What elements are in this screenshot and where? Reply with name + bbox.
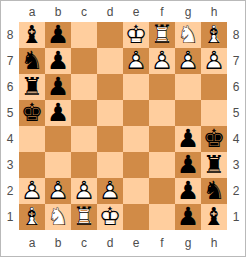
square-b3[interactable] [45,152,71,178]
square-d6[interactable] [97,74,123,100]
square-a7[interactable]: ♞ [19,48,45,74]
rank-label-5-left: 5 [1,100,19,126]
square-d3[interactable] [97,152,123,178]
rank-label-7-left: 7 [1,48,19,74]
piece-glyph: ♜ [201,152,227,178]
file-label-e-top: e [123,1,149,22]
white-knight-b1[interactable]: ♞♘ [45,204,71,230]
square-f7[interactable]: ♟♙ [149,48,175,74]
square-b2[interactable]: ♟♙ [45,178,71,204]
square-h4[interactable]: ♚ [201,126,227,152]
file-labels-bottom: abcdefgh [19,230,227,256]
white-rook-f8[interactable]: ♜♖ [149,22,175,48]
square-h1[interactable]: ♝ [201,204,227,230]
black-pawn-g2[interactable]: ♟ [175,178,201,204]
file-label-c-bottom: c [71,230,97,256]
white-pawn-e7[interactable]: ♟♙ [123,48,149,74]
piece-glyph: ♟ [175,126,201,152]
rank-label-3-left: 3 [1,152,19,178]
square-h2[interactable]: ♞ [201,178,227,204]
square-a1[interactable]: ♝♗ [19,204,45,230]
square-g4[interactable]: ♟ [175,126,201,152]
white-bishop-h8[interactable]: ♝♗ [201,22,227,48]
square-a2[interactable]: ♟♙ [19,178,45,204]
black-pawn-g3[interactable]: ♟ [175,152,201,178]
rank-label-1-right: 1 [227,204,245,230]
file-label-b-top: b [45,1,71,22]
square-f4[interactable] [149,126,175,152]
black-knight-a7[interactable]: ♞ [19,48,45,74]
file-label-f-top: f [149,1,175,22]
piece-glyph: ♞ [19,48,45,74]
file-labels-top: abcdefgh [19,1,227,22]
square-b7[interactable]: ♟ [45,48,71,74]
black-knight-h2[interactable]: ♞ [201,178,227,204]
square-g3[interactable]: ♟ [175,152,201,178]
square-a3[interactable] [19,152,45,178]
chess-board: ♝♟♚♔♜♖♞♘♝♗♞♟♟♙♟♙♟♙♟♙♜♟♚♟♟♚♟♜♟♙♟♙♟♙♟♙♟♞♝♗… [19,22,227,230]
white-pawn-f7[interactable]: ♟♙ [149,48,175,74]
white-king-d1[interactable]: ♚♔ [97,204,123,230]
square-a5[interactable]: ♚ [19,100,45,126]
square-c7[interactable] [71,48,97,74]
file-label-f-bottom: f [149,230,175,256]
piece-glyph: ♚ [201,126,227,152]
square-f1[interactable] [149,204,175,230]
square-f2[interactable] [149,178,175,204]
black-pawn-b8[interactable]: ♟ [45,22,71,48]
piece-outline: ♖ [149,22,175,48]
black-king-a5[interactable]: ♚ [19,100,45,126]
square-f8[interactable]: ♜♖ [149,22,175,48]
file-label-g-top: g [175,1,201,22]
chess-diagram: abcdefgh 87654321 ♝♟♚♔♜♖♞♘♝♗♞♟♟♙♟♙♟♙♟♙♜♟… [0,0,246,257]
rank-labels-left: 87654321 [1,22,19,230]
piece-glyph: ♟ [45,100,71,126]
square-g6[interactable] [175,74,201,100]
piece-outline: ♙ [201,48,227,74]
file-label-a-top: a [19,1,45,22]
square-e2[interactable] [123,178,149,204]
black-bishop-h1[interactable]: ♝ [201,204,227,230]
square-d7[interactable] [97,48,123,74]
piece-glyph: ♟ [45,22,71,48]
white-pawn-h7[interactable]: ♟♙ [201,48,227,74]
square-h8[interactable]: ♝♗ [201,22,227,48]
piece-outline: ♙ [45,178,71,204]
black-rook-a6[interactable]: ♜ [19,74,45,100]
rank-label-4-left: 4 [1,126,19,152]
piece-glyph: ♞ [201,178,227,204]
square-d4[interactable] [97,126,123,152]
piece-outline: ♔ [97,204,123,230]
square-g1[interactable]: ♟ [175,204,201,230]
rank-label-3-right: 3 [227,152,245,178]
square-b5[interactable]: ♟ [45,100,71,126]
file-label-d-bottom: d [97,230,123,256]
square-c2[interactable]: ♟♙ [71,178,97,204]
piece-glyph: ♟ [175,178,201,204]
square-g8[interactable]: ♞♘ [175,22,201,48]
rank-label-7-right: 7 [227,48,245,74]
piece-outline: ♗ [19,204,45,230]
piece-glyph: ♟ [45,74,71,100]
piece-outline: ♗ [201,22,227,48]
piece-outline: ♖ [71,204,97,230]
square-c1[interactable]: ♜♖ [71,204,97,230]
square-b8[interactable]: ♟ [45,22,71,48]
square-d1[interactable]: ♚♔ [97,204,123,230]
rank-label-8-right: 8 [227,22,245,48]
square-b6[interactable]: ♟ [45,74,71,100]
white-knight-g8[interactable]: ♞♘ [175,22,201,48]
white-king-e8[interactable]: ♚♔ [123,22,149,48]
white-pawn-a2[interactable]: ♟♙ [19,178,45,204]
square-g5[interactable] [175,100,201,126]
square-e8[interactable]: ♚♔ [123,22,149,48]
black-king-h4[interactable]: ♚ [201,126,227,152]
square-f5[interactable] [149,100,175,126]
piece-glyph: ♟ [175,152,201,178]
white-pawn-g7[interactable]: ♟♙ [175,48,201,74]
piece-glyph: ♝ [19,22,45,48]
piece-outline: ♙ [97,178,123,204]
rank-label-1-left: 1 [1,204,19,230]
black-pawn-g1[interactable]: ♟ [175,204,201,230]
square-e6[interactable] [123,74,149,100]
square-c8[interactable] [71,22,97,48]
black-pawn-b5[interactable]: ♟ [45,100,71,126]
rank-label-5-right: 5 [227,100,245,126]
white-pawn-b2[interactable]: ♟♙ [45,178,71,204]
file-label-e-bottom: e [123,230,149,256]
square-h7[interactable]: ♟♙ [201,48,227,74]
rank-labels-right: 87654321 [227,22,245,230]
white-pawn-c2[interactable]: ♟♙ [71,178,97,204]
square-g2[interactable]: ♟ [175,178,201,204]
square-g7[interactable]: ♟♙ [175,48,201,74]
square-e5[interactable] [123,100,149,126]
file-label-g-bottom: g [175,230,201,256]
file-label-d-top: d [97,1,123,22]
file-label-h-bottom: h [201,230,227,256]
white-pawn-d2[interactable]: ♟♙ [97,178,123,204]
piece-glyph: ♟ [45,48,71,74]
square-a8[interactable]: ♝ [19,22,45,48]
square-e3[interactable] [123,152,149,178]
piece-glyph: ♚ [19,100,45,126]
square-d8[interactable] [97,22,123,48]
piece-glyph: ♟ [175,204,201,230]
square-h3[interactable]: ♜ [201,152,227,178]
black-bishop-a8[interactable]: ♝ [19,22,45,48]
square-d2[interactable]: ♟♙ [97,178,123,204]
black-pawn-b7[interactable]: ♟ [45,48,71,74]
square-h6[interactable] [201,74,227,100]
square-c6[interactable] [71,74,97,100]
piece-glyph: ♜ [19,74,45,100]
square-f3[interactable] [149,152,175,178]
file-label-b-bottom: b [45,230,71,256]
file-label-c-top: c [71,1,97,22]
square-b1[interactable]: ♞♘ [45,204,71,230]
rank-label-2-left: 2 [1,178,19,204]
piece-glyph: ♝ [201,204,227,230]
black-pawn-g4[interactable]: ♟ [175,126,201,152]
rank-label-2-right: 2 [227,178,245,204]
white-rook-c1[interactable]: ♜♖ [71,204,97,230]
piece-outline: ♘ [45,204,71,230]
file-label-a-bottom: a [19,230,45,256]
square-a4[interactable] [19,126,45,152]
black-pawn-b6[interactable]: ♟ [45,74,71,100]
rank-label-8-left: 8 [1,22,19,48]
white-bishop-a1[interactable]: ♝♗ [19,204,45,230]
square-c4[interactable] [71,126,97,152]
piece-outline: ♙ [175,48,201,74]
file-label-h-top: h [201,1,227,22]
square-e4[interactable] [123,126,149,152]
square-e7[interactable]: ♟♙ [123,48,149,74]
rank-label-6-left: 6 [1,74,19,100]
piece-outline: ♘ [175,22,201,48]
piece-outline: ♙ [71,178,97,204]
piece-outline: ♙ [149,48,175,74]
square-b4[interactable] [45,126,71,152]
piece-outline: ♙ [19,178,45,204]
square-a6[interactable]: ♜ [19,74,45,100]
rank-label-4-right: 4 [227,126,245,152]
piece-outline: ♔ [123,22,149,48]
black-rook-h3[interactable]: ♜ [201,152,227,178]
square-h5[interactable] [201,100,227,126]
rank-label-6-right: 6 [227,74,245,100]
square-d5[interactable] [97,100,123,126]
square-f6[interactable] [149,74,175,100]
square-c3[interactable] [71,152,97,178]
piece-outline: ♙ [123,48,149,74]
square-c5[interactable] [71,100,97,126]
square-e1[interactable] [123,204,149,230]
